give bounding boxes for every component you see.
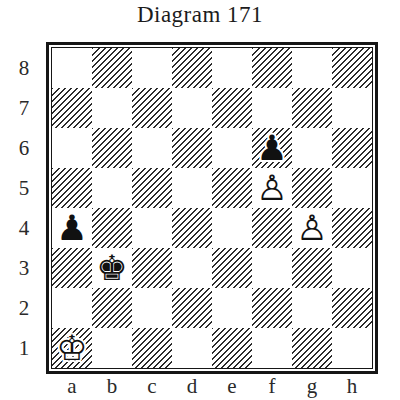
- square-g5: [292, 168, 332, 208]
- square-d7: [172, 88, 212, 128]
- white-king-a1: ♔: [52, 328, 92, 368]
- square-g3: [292, 248, 332, 288]
- square-e1: [212, 328, 252, 368]
- square-f2: [252, 288, 292, 328]
- square-f8: [252, 48, 292, 88]
- file-labels: abcdefgh: [52, 374, 372, 398]
- white-pawn-g4: ♙: [292, 208, 332, 248]
- rank-label-1: 1: [12, 328, 36, 368]
- square-g7: [292, 88, 332, 128]
- square-d1: [172, 328, 212, 368]
- white-pawn-f5: ♙: [252, 168, 292, 208]
- square-g1: [292, 328, 332, 368]
- square-c3: [132, 248, 172, 288]
- square-d6: [172, 128, 212, 168]
- black-king-b3: ♚: [92, 248, 132, 288]
- square-b8: [92, 48, 132, 88]
- file-label-c: c: [132, 374, 172, 398]
- square-e3: [212, 248, 252, 288]
- square-h6: [332, 128, 372, 168]
- square-e2: [212, 288, 252, 328]
- square-h5: [332, 168, 372, 208]
- square-f1: [252, 328, 292, 368]
- file-label-e: e: [212, 374, 252, 398]
- rank-labels: 87654321: [12, 48, 36, 368]
- square-c6: [132, 128, 172, 168]
- square-e7: [212, 88, 252, 128]
- rank-label-6: 6: [12, 128, 36, 168]
- square-c2: [132, 288, 172, 328]
- square-h8: [332, 48, 372, 88]
- square-b2: [92, 288, 132, 328]
- square-c8: [132, 48, 172, 88]
- square-b5: [92, 168, 132, 208]
- square-b6: [92, 128, 132, 168]
- rank-label-5: 5: [12, 168, 36, 208]
- file-label-f: f: [252, 374, 292, 398]
- diagram-title: Diagram 171: [0, 2, 400, 28]
- square-c7: [132, 88, 172, 128]
- square-a7: [52, 88, 92, 128]
- square-f4: [252, 208, 292, 248]
- square-c5: [132, 168, 172, 208]
- rank-label-2: 2: [12, 288, 36, 328]
- square-g8: [292, 48, 332, 88]
- square-b3: ♚: [92, 248, 132, 288]
- rank-label-7: 7: [12, 88, 36, 128]
- file-label-g: g: [292, 374, 332, 398]
- square-b7: [92, 88, 132, 128]
- file-label-b: b: [92, 374, 132, 398]
- chess-board: ♟♙♟♙♚♔: [52, 48, 372, 368]
- square-d2: [172, 288, 212, 328]
- rank-label-3: 3: [12, 248, 36, 288]
- black-pawn-a4: ♟: [52, 208, 92, 248]
- rank-label-8: 8: [12, 48, 36, 88]
- square-g4: ♙: [292, 208, 332, 248]
- square-h7: [332, 88, 372, 128]
- square-b1: [92, 328, 132, 368]
- square-f5: ♙: [252, 168, 292, 208]
- square-a8: [52, 48, 92, 88]
- square-h2: [332, 288, 372, 328]
- square-d3: [172, 248, 212, 288]
- square-d5: [172, 168, 212, 208]
- square-b4: [92, 208, 132, 248]
- square-a3: [52, 248, 92, 288]
- square-h4: [332, 208, 372, 248]
- square-a6: [52, 128, 92, 168]
- square-f6: ♟: [252, 128, 292, 168]
- black-pawn-f6: ♟: [252, 128, 292, 168]
- square-d8: [172, 48, 212, 88]
- square-a5: [52, 168, 92, 208]
- square-g6: [292, 128, 332, 168]
- square-c1: [132, 328, 172, 368]
- file-label-a: a: [52, 374, 92, 398]
- file-label-h: h: [332, 374, 372, 398]
- square-e5: [212, 168, 252, 208]
- square-h3: [332, 248, 372, 288]
- chess-board-frame: ♟♙♟♙♚♔: [46, 42, 378, 374]
- square-e6: [212, 128, 252, 168]
- square-c4: [132, 208, 172, 248]
- square-e8: [212, 48, 252, 88]
- square-d4: [172, 208, 212, 248]
- square-f3: [252, 248, 292, 288]
- file-label-d: d: [172, 374, 212, 398]
- square-g2: [292, 288, 332, 328]
- square-h1: [332, 328, 372, 368]
- square-e4: [212, 208, 252, 248]
- square-a4: ♟: [52, 208, 92, 248]
- chess-board-inner-border: ♟♙♟♙♚♔: [51, 47, 373, 369]
- square-a2: [52, 288, 92, 328]
- square-f7: [252, 88, 292, 128]
- square-a1: ♔: [52, 328, 92, 368]
- rank-label-4: 4: [12, 208, 36, 248]
